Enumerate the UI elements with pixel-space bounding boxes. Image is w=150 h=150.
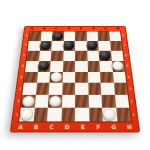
square-g3[interactable] (101, 83, 115, 95)
square-e5[interactable] (75, 61, 87, 72)
square-g2[interactable] (101, 95, 115, 108)
square-h6[interactable] (111, 51, 124, 61)
square-g7[interactable] (98, 41, 110, 51)
square-f8[interactable] (86, 32, 98, 41)
bottom-file-labels: ABCDEFGH (12, 122, 138, 131)
black-piece-b5[interactable] (38, 61, 50, 71)
right-rank-labels-4: 4 (126, 72, 132, 84)
square-g5[interactable] (99, 61, 112, 72)
bottom-file-labels-f: F (90, 122, 106, 131)
square-d5[interactable] (63, 61, 75, 72)
square-a2[interactable] (21, 95, 36, 108)
square-c5[interactable] (50, 61, 63, 72)
right-rank-labels-8: 8 (121, 31, 126, 40)
square-d8[interactable] (63, 32, 75, 41)
square-f7[interactable] (87, 41, 99, 51)
bottom-file-labels-h: H (121, 122, 138, 131)
white-piece-a1[interactable] (20, 108, 33, 120)
square-h8[interactable] (109, 32, 121, 41)
square-b4[interactable] (37, 72, 51, 83)
square-c1[interactable] (47, 108, 61, 122)
bottom-file-labels-d: D (59, 122, 75, 131)
square-e6[interactable] (75, 51, 87, 61)
black-piece-g6[interactable] (99, 51, 110, 60)
bottom-file-labels-c: C (44, 122, 60, 131)
square-h3[interactable] (113, 83, 127, 95)
right-rank-labels-2: 2 (129, 96, 135, 109)
black-piece-f7[interactable] (87, 41, 98, 50)
square-a1[interactable] (19, 108, 34, 122)
square-b5[interactable] (38, 61, 51, 72)
black-piece-c8[interactable] (53, 32, 63, 40)
board-grid (18, 31, 132, 123)
board-photo: ABCDEFGH 87654321 87654321 ABCDEFGH (0, 0, 150, 150)
square-c6[interactable] (51, 51, 63, 61)
square-g1[interactable] (102, 108, 117, 122)
square-a7[interactable] (28, 41, 41, 51)
square-d6[interactable] (63, 51, 75, 61)
bottom-file-labels-e: E (75, 122, 91, 131)
square-a5[interactable] (25, 61, 38, 72)
square-c2[interactable] (48, 95, 62, 108)
checkers-board: ABCDEFGH 87654321 87654321 ABCDEFGH (10, 26, 140, 132)
square-b2[interactable] (34, 95, 48, 108)
square-g6[interactable] (99, 51, 112, 61)
square-d3[interactable] (62, 83, 75, 95)
bottom-file-labels-a: A (12, 122, 29, 131)
square-e3[interactable] (75, 83, 88, 95)
square-d7[interactable] (63, 41, 75, 51)
square-h2[interactable] (115, 95, 130, 108)
square-a4[interactable] (24, 72, 38, 83)
square-e7[interactable] (75, 41, 87, 51)
square-f4[interactable] (87, 72, 100, 83)
square-b6[interactable] (39, 51, 52, 61)
square-g8[interactable] (98, 32, 110, 41)
black-piece-b7[interactable] (40, 41, 51, 50)
square-e4[interactable] (75, 72, 88, 83)
square-e8[interactable] (75, 32, 87, 41)
white-piece-g1[interactable] (103, 108, 116, 120)
square-h1[interactable] (116, 108, 131, 122)
square-h4[interactable] (112, 72, 126, 83)
square-f5[interactable] (87, 61, 100, 72)
square-d1[interactable] (61, 108, 75, 122)
black-piece-d7[interactable] (64, 41, 74, 50)
right-rank-labels-6: 6 (123, 50, 128, 60)
white-piece-a2[interactable] (22, 96, 35, 107)
right-rank-labels-1: 1 (130, 109, 136, 123)
bottom-file-labels-b: B (28, 122, 44, 131)
square-b3[interactable] (35, 83, 49, 95)
square-d4[interactable] (62, 72, 75, 83)
right-rank-labels-7: 7 (122, 40, 127, 50)
square-c7[interactable] (51, 41, 63, 51)
square-e1[interactable] (75, 108, 89, 122)
white-piece-c2[interactable] (49, 96, 61, 107)
square-a6[interactable] (26, 51, 39, 61)
square-f6[interactable] (87, 51, 99, 61)
square-a3[interactable] (22, 83, 36, 95)
square-f3[interactable] (88, 83, 102, 95)
square-h7[interactable] (110, 41, 123, 51)
square-b8[interactable] (40, 32, 52, 41)
square-b7[interactable] (39, 41, 51, 51)
square-c3[interactable] (49, 83, 63, 95)
white-piece-c4[interactable] (50, 72, 62, 82)
square-e2[interactable] (75, 95, 89, 108)
square-a8[interactable] (29, 32, 41, 41)
right-rank-labels-5: 5 (125, 61, 130, 72)
square-c4[interactable] (49, 72, 62, 83)
bottom-file-labels-g: G (106, 122, 122, 131)
board-frame: ABCDEFGH 87654321 87654321 ABCDEFGH (10, 26, 140, 132)
square-c8[interactable] (52, 32, 64, 41)
white-piece-h5[interactable] (112, 61, 124, 71)
square-b1[interactable] (33, 108, 48, 122)
square-g4[interactable] (100, 72, 114, 83)
right-rank-labels-3: 3 (127, 83, 133, 95)
square-d2[interactable] (61, 95, 75, 108)
square-h5[interactable] (111, 61, 124, 72)
square-f2[interactable] (88, 95, 102, 108)
square-f1[interactable] (89, 108, 103, 122)
